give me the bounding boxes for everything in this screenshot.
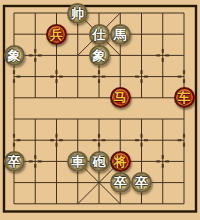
piece-ivory-soldier-1[interactable]: 卒 (4, 151, 25, 172)
ivory-elephant-glyph: 象 (93, 48, 106, 61)
ivory-soldier-glyph: 卒 (114, 176, 127, 189)
piece-red-chariot[interactable]: 车 (174, 87, 195, 108)
piece-ivory-elephant-2[interactable]: 象 (89, 45, 110, 66)
pieces-layer: 帅兵仕馬象象马车卒車砲将卒卒 (0, 0, 200, 220)
piece-ivory-soldier-3[interactable]: 卒 (131, 172, 152, 193)
xiangqi-board: 帅兵仕馬象象马车卒車砲将卒卒 (0, 0, 200, 220)
piece-red-general[interactable]: 将 (110, 151, 131, 172)
ivory-horse-glyph: 馬 (114, 27, 127, 40)
piece-red-horse[interactable]: 马 (110, 87, 131, 108)
ivory-elephant-glyph: 象 (8, 48, 21, 61)
ivory-advisor-glyph: 仕 (93, 27, 106, 40)
red-general-glyph: 将 (114, 154, 127, 167)
piece-ivory-advisor[interactable]: 仕 (89, 24, 110, 45)
ivory-cannon-glyph: 砲 (93, 154, 106, 167)
piece-ivory-elephant-1[interactable]: 象 (4, 45, 25, 66)
red-horse-glyph: 马 (114, 91, 127, 104)
piece-ivory-general[interactable]: 帅 (67, 3, 88, 24)
ivory-soldier-glyph: 卒 (8, 154, 21, 167)
piece-ivory-cannon[interactable]: 砲 (89, 151, 110, 172)
piece-red-soldier-1[interactable]: 兵 (46, 24, 67, 45)
piece-ivory-chariot[interactable]: 車 (67, 151, 88, 172)
red-soldier-glyph: 兵 (50, 27, 63, 40)
ivory-chariot-glyph: 車 (71, 154, 84, 167)
piece-ivory-soldier-2[interactable]: 卒 (110, 172, 131, 193)
piece-ivory-horse[interactable]: 馬 (110, 24, 131, 45)
ivory-general-glyph: 帅 (71, 6, 84, 19)
ivory-soldier-glyph: 卒 (135, 176, 148, 189)
red-chariot-glyph: 车 (178, 91, 191, 104)
